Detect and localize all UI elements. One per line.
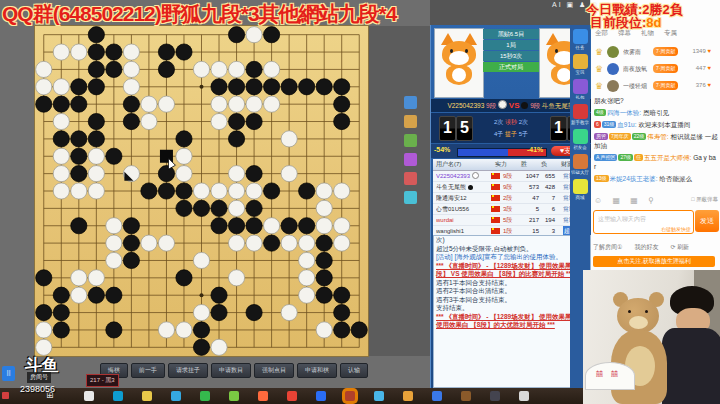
room-number-value: 2398056 [20,384,55,394]
left-player-rank: 9段 [486,102,496,109]
tomato-icon[interactable] [258,391,268,401]
white-stone-icon [498,100,507,109]
webcam-view: 囍 囍 [583,270,720,404]
chat-message: 房管7周年庆22级伟寿管: 相识就是缘 一起加油 [594,132,718,150]
game-chat-line: 支持结束。 [434,304,590,313]
board-button-请求挂子[interactable]: 请求挂子 [168,363,208,378]
docs-icon[interactable] [461,391,471,401]
black-player-avatar [434,28,484,98]
side-icon-label: 宝贝 [571,69,589,74]
badge-icon: 房管 [594,133,608,140]
teddy-bear-eye [645,310,648,313]
board-right-strip [368,26,430,356]
board-button-前一手[interactable]: 前一手 [131,363,165,378]
cn-flag-icon [491,173,500,179]
folding-fan: 囍 囍 [585,362,635,390]
cn-flag-icon [491,184,500,190]
column-header[interactable]: 胜 [521,159,527,170]
badge-icon: 7周年庆 [609,133,631,140]
vip-row[interactable]: ♛一缕轻烟7·周贡献376 ♥ [593,78,719,95]
badge-icon: 13级 [594,175,609,182]
side-icon-label: 礼包 [571,94,589,99]
chart-icon[interactable] [404,153,417,166]
chat-input-placeholder: 这里输入聊天内容 [598,215,646,224]
black-stone-icon [521,102,528,109]
quark-icon[interactable] [316,391,326,401]
side-icon-label: 新手教学 [571,119,589,124]
badge-icon: 4级 [594,109,606,116]
game-chat-line: 遇有2手本回合出清结束。 [434,287,590,296]
礼包-icon[interactable] [573,79,588,94]
room-number-label: 房间号 [27,372,51,383]
vip-rank-list: ♛依雾雨7·周贡献1349 ♥♛雨夜放氧7·周贡献447 ♥♛一缕轻烟7·周贡献… [593,44,719,95]
footer-link[interactable]: 了解房间① [593,243,622,252]
footer-link[interactable]: ⟳ 刷新 [670,243,689,252]
avatar [607,46,619,58]
side-icon-label: 任务 [571,44,589,49]
board-icon[interactable] [404,115,417,128]
black-timer-digit-2: 5 [456,116,473,141]
match-settings: 黑贴6.5目1局15秒3次正式对局 [483,29,539,73]
board-button-认输[interactable]: 认输 [340,363,368,378]
sidebar-toggle-icon[interactable]: ⠿ [2,366,15,381]
vs-row: V225042393 9段 VS 9段 斗鱼无尾熊 [431,99,591,112]
photos-icon[interactable] [403,391,413,401]
badge-icon: 22级 [632,133,647,140]
teddy-bear-muzzle [629,316,648,329]
商城-icon[interactable] [573,179,588,194]
game-chat-line: *** 《直播时间》 - 【1289场发财】 使用效果黑 VS 使用效果白 【8… [434,313,590,330]
wegame-icon[interactable] [229,391,239,401]
tab-全部[interactable]: 全部 [595,29,608,41]
game-chat-line: [活动] [海外观战]宣布了您输出的使用体验。 [434,253,590,262]
block-danmu-checkbox[interactable]: □ 屏蔽弹幕 [691,196,718,203]
game-chat-line: 超过5分钟未受限带,自动被判负。 [434,245,590,254]
side-icon-label: 切磋大厅 [571,169,589,174]
cn-flag-icon [491,195,500,201]
record-icon [2,392,9,399]
column-header[interactable]: 用户名(7) [436,159,461,170]
right-player-rank: 9段 [530,102,540,109]
settings-icon[interactable] [432,391,442,401]
chat-message: 4级四海一体验: 恩暗引见 [594,108,718,117]
match-setting: 15秒3次 [483,51,539,61]
byoyomi-info: 2次 读秒 2次 4子 提子 5子 [483,116,539,140]
chat-message-list: 朋友张吧?4级四海一体验: 恩暗引见631级血91u: 欢迎来到本直播间房管7周… [594,96,718,186]
follow-tooltip[interactable]: 点击关注,获取播放生涯福利 [593,256,715,267]
badge-icon: 31级 [602,121,617,128]
edge-icon[interactable] [113,391,123,401]
tab-专属[interactable]: 专属 [664,29,677,41]
board-button-强制点目[interactable]: 强制点目 [254,363,294,378]
avatar [607,63,619,75]
store-icon[interactable] [171,391,181,401]
teddy-bear-eye [628,310,631,313]
settings-icon[interactable] [404,172,417,185]
heart-icon: ♥ [707,48,711,54]
send-button[interactable]: 发送 [695,210,719,232]
side-icon-label: 棋友会 [571,144,589,149]
vip-row[interactable]: ♛依雾雨7·周贡献1349 ♥ [593,44,719,61]
cn-flag-icon [491,228,500,234]
badge-icon: 任 [634,154,643,161]
chrome-icon[interactable] [287,391,297,401]
board-tool-icons [400,90,420,210]
game-chat-line: 遇有1手本回合支持结束。 [434,279,590,288]
chat-message: 13级米妮24孩王老婆: 给否能派么 [594,174,718,183]
search-icon[interactable] [84,391,94,401]
left-progress-label: -54% [434,146,450,153]
uc-icon[interactable] [374,391,384,401]
column-header[interactable]: 实力 [495,159,507,170]
user-row[interactable]: 隆通海安122段477贫民 [433,193,589,204]
qq-icon[interactable] [200,391,210,401]
user-row[interactable]: V225042393 9段1047655贫民 [433,171,589,182]
side-icon-label: 商城 [571,194,589,199]
client-titlebar-icons[interactable]: AI ▣ ♟ ⚙ ✕ [552,1,611,9]
avatar [607,80,619,92]
folder-icon[interactable] [142,391,152,401]
misc-icon[interactable] [519,391,529,401]
right-progress-label: -41% [527,146,543,153]
vs-label: VS [509,101,520,110]
badge-icon: 6 [594,121,601,128]
star-icon[interactable] [404,191,417,204]
douyu-icon[interactable] [345,391,355,401]
tab-弹幕[interactable]: 弹幕 [618,29,631,41]
棋友会-icon[interactable] [573,129,588,144]
match-setting: 黑贴6.5目 [483,29,539,39]
match-setting: 1局 [483,40,539,50]
mail-icon[interactable] [404,134,417,147]
crown-icon: ♛ [595,81,603,91]
go-board[interactable] [35,26,368,356]
cn-flag-icon [491,206,500,212]
game-info-panel: 黑贴6.5目1局15秒3次正式对局 V225042393 9段 VS 9段 斗鱼… [430,25,591,388]
vip-row[interactable]: ♛雨夜放氧7·周贡献447 ♥ [593,61,719,78]
tab-礼物[interactable]: 礼物 [641,29,654,41]
crown-icon: ♛ [595,47,603,57]
planet-icon[interactable] [490,391,500,401]
black-timer-digit-1: 1 [439,116,456,141]
user-row[interactable]: 心雪01U5563段56贫民 [433,204,589,215]
chat-input-hint: 右键触发快捷 [661,226,691,232]
emoji-icon[interactable]: ☺ ▦ ▦ ⚲ [594,196,658,205]
宝贝-icon[interactable] [573,54,588,69]
badge-icon: A 声控区 [594,154,617,161]
footer-link[interactable]: 我的好友 [634,243,658,252]
heart-icon: ♥ [707,65,711,71]
timer-row: 1 5 2次 读秒 2次 4子 提子 5子 1 0 [431,113,591,143]
board-button-申请数目[interactable]: 申请数目 [211,363,251,378]
board-svg [35,26,368,356]
任务-icon[interactable] [573,29,588,44]
chat-message: 631级血91u: 欢迎来到本直播间 [594,120,718,129]
game-chat-line: 遇有3手本回合支持结束。 [434,296,590,305]
chat-tabs: 全部弹幕礼物专属 [595,29,717,41]
user-row[interactable]: 斗鱼无尾熊 9段573428贫民 [433,182,589,193]
cn-flag-icon [491,217,500,223]
move-indicator: 217 - 黑3 [86,374,119,387]
home-icon[interactable] [404,96,417,109]
chat-message: A 声控区27级任五五开是大师傅: Ga y bar [594,153,718,171]
user-row[interactable]: wurdai5段217194贫民 [433,215,589,226]
chat-toolbar: ☺ ▦ ▦ ⚲ □ 屏蔽弹幕 [594,196,718,208]
crown-icon: ♛ [595,64,603,74]
切磋大厅-icon[interactable] [573,154,588,169]
user-table-header: 用户名(7)实力胜负财富 [433,159,589,171]
board-button-申请和棋[interactable]: 申请和棋 [297,363,337,378]
game-chat-line: *** 《直播时间》 - 【1289场发财】 使用效果黑 【8段】 VS 使用效… [434,262,590,279]
support-progress-row: -54% -41% ♥支持 [431,144,591,158]
chat-input[interactable]: 这里输入聊天内容 右键触发快捷 [593,210,694,234]
badge-icon: 27级 [618,154,633,161]
heart-icon: ♥ [707,82,711,88]
match-setting: 正式对局 [483,62,539,72]
go-client-window: 悔棋前一手请求挂子申请数目强制点目申请和棋认输 217 - 黑3 [0,0,430,388]
left-player-name: V225042393 [447,102,484,109]
chat-message: 朋友张吧? [594,96,718,105]
column-header[interactable]: 负 [541,159,547,170]
white-timer-digit-1: 1 [550,116,567,141]
game-chat-line: 次) [434,236,590,245]
game-room-chat[interactable]: 次)超过5分钟未受限带,自动被判负。[活动] [海外观战]宣布了您输出的使用体验… [433,235,591,388]
streamer-body [662,328,720,404]
新手教学-icon[interactable] [573,104,588,119]
chat-footer-links: 了解房间①我的好友⟳ 刷新 [593,243,719,252]
